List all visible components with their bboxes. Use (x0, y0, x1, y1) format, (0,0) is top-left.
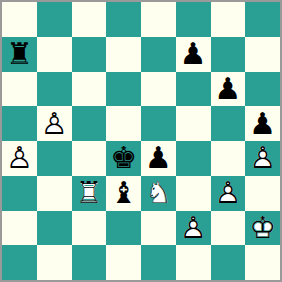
square-b7[interactable] (37, 37, 72, 72)
square-g5[interactable] (211, 106, 246, 141)
square-d1[interactable] (106, 245, 141, 280)
square-c6[interactable] (72, 72, 107, 107)
square-b1[interactable] (37, 245, 72, 280)
piece-black-pawn[interactable]: ♟ (176, 37, 211, 72)
square-e7[interactable] (141, 37, 176, 72)
piece-white-pawn[interactable]: ♙ (37, 106, 72, 141)
square-h5[interactable]: ♟ (245, 106, 280, 141)
piece-black-bishop[interactable]: ♝ (106, 176, 141, 211)
piece-white-pawn[interactable]: ♙ (211, 176, 246, 211)
piece-black-pawn[interactable]: ♟ (211, 72, 246, 107)
piece-white-pawn[interactable]: ♙ (2, 141, 37, 176)
square-g4[interactable] (211, 141, 246, 176)
square-f8[interactable] (176, 2, 211, 37)
square-c5[interactable] (72, 106, 107, 141)
square-d6[interactable] (106, 72, 141, 107)
square-c3[interactable]: ♜♖ (72, 176, 107, 211)
square-d5[interactable] (106, 106, 141, 141)
piece-white-pawn[interactable]: ♙ (245, 141, 280, 176)
square-f1[interactable] (176, 245, 211, 280)
square-e6[interactable] (141, 72, 176, 107)
square-a5[interactable] (2, 106, 37, 141)
square-a8[interactable] (2, 2, 37, 37)
piece-black-rook[interactable]: ♜ (2, 37, 37, 72)
square-b6[interactable] (37, 72, 72, 107)
square-d4[interactable]: ♚ (106, 141, 141, 176)
square-g7[interactable] (211, 37, 246, 72)
piece-black-pawn[interactable]: ♟ (245, 106, 280, 141)
square-b2[interactable] (37, 211, 72, 246)
square-d3[interactable]: ♝ (106, 176, 141, 211)
square-f4[interactable] (176, 141, 211, 176)
square-h2[interactable]: ♚♔ (245, 211, 280, 246)
square-c2[interactable] (72, 211, 107, 246)
piece-white-pawn[interactable]: ♙ (176, 211, 211, 246)
square-a2[interactable] (2, 211, 37, 246)
piece-white-king[interactable]: ♔ (245, 211, 280, 246)
square-d8[interactable] (106, 2, 141, 37)
square-c1[interactable] (72, 245, 107, 280)
square-d7[interactable] (106, 37, 141, 72)
square-c4[interactable] (72, 141, 107, 176)
square-g3[interactable]: ♟♙ (211, 176, 246, 211)
square-g6[interactable]: ♟ (211, 72, 246, 107)
square-e1[interactable] (141, 245, 176, 280)
square-h3[interactable] (245, 176, 280, 211)
square-e2[interactable] (141, 211, 176, 246)
square-h8[interactable] (245, 2, 280, 37)
square-e3[interactable]: ♞♘ (141, 176, 176, 211)
square-d2[interactable] (106, 211, 141, 246)
square-g1[interactable] (211, 245, 246, 280)
square-b3[interactable] (37, 176, 72, 211)
square-c8[interactable] (72, 2, 107, 37)
square-e8[interactable] (141, 2, 176, 37)
piece-black-pawn[interactable]: ♟ (141, 141, 176, 176)
chess-board-grid: ♜♟♟♟♙♟♟♙♚♟♟♙♜♖♝♞♘♟♙♟♙♚♔ (2, 2, 280, 280)
square-h1[interactable] (245, 245, 280, 280)
square-b8[interactable] (37, 2, 72, 37)
square-f7[interactable]: ♟ (176, 37, 211, 72)
square-e4[interactable]: ♟ (141, 141, 176, 176)
square-f5[interactable] (176, 106, 211, 141)
square-g2[interactable] (211, 211, 246, 246)
square-c7[interactable] (72, 37, 107, 72)
piece-black-king[interactable]: ♚ (106, 141, 141, 176)
square-f2[interactable]: ♟♙ (176, 211, 211, 246)
square-e5[interactable] (141, 106, 176, 141)
square-a1[interactable] (2, 245, 37, 280)
square-a3[interactable] (2, 176, 37, 211)
square-h4[interactable]: ♟♙ (245, 141, 280, 176)
square-g8[interactable] (211, 2, 246, 37)
square-h7[interactable] (245, 37, 280, 72)
piece-white-rook[interactable]: ♖ (72, 176, 107, 211)
square-a7[interactable]: ♜ (2, 37, 37, 72)
square-a6[interactable] (2, 72, 37, 107)
square-f6[interactable] (176, 72, 211, 107)
chess-board: ♜♟♟♟♙♟♟♙♚♟♟♙♜♖♝♞♘♟♙♟♙♚♔ (0, 0, 282, 282)
piece-white-knight[interactable]: ♘ (141, 176, 176, 211)
square-a4[interactable]: ♟♙ (2, 141, 37, 176)
square-b4[interactable] (37, 141, 72, 176)
square-f3[interactable] (176, 176, 211, 211)
square-b5[interactable]: ♟♙ (37, 106, 72, 141)
square-h6[interactable] (245, 72, 280, 107)
